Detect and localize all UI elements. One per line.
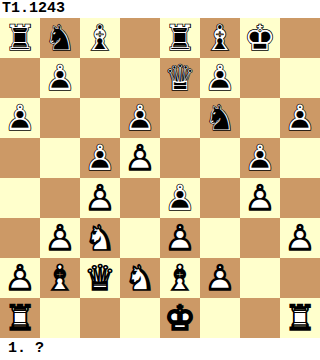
square-a5[interactable] — [0, 138, 40, 178]
square-f7[interactable]: ♟♙ — [200, 58, 240, 98]
white-pawn: ♟♙ — [0, 258, 40, 298]
square-a8[interactable]: ♜♖ — [0, 18, 40, 58]
black-rook: ♜♖ — [0, 18, 40, 58]
square-f3[interactable] — [200, 218, 240, 258]
square-h1[interactable]: ♜♖ — [280, 298, 320, 338]
square-h8[interactable] — [280, 18, 320, 58]
black-pawn: ♟♙ — [200, 58, 240, 98]
white-pawn: ♟♙ — [120, 138, 160, 178]
square-g4[interactable]: ♟♙ — [240, 178, 280, 218]
square-g7[interactable] — [240, 58, 280, 98]
black-pawn: ♟♙ — [280, 98, 320, 138]
square-b2[interactable]: ♝♗ — [40, 258, 80, 298]
square-d2[interactable]: ♞♘ — [120, 258, 160, 298]
square-h5[interactable] — [280, 138, 320, 178]
square-c4[interactable]: ♟♙ — [80, 178, 120, 218]
black-queen: ♛♕ — [160, 58, 200, 98]
square-b7[interactable]: ♟♙ — [40, 58, 80, 98]
square-f8[interactable]: ♝♗ — [200, 18, 240, 58]
square-f4[interactable] — [200, 178, 240, 218]
square-c5[interactable]: ♟♙ — [80, 138, 120, 178]
square-e8[interactable]: ♜♖ — [160, 18, 200, 58]
black-knight: ♞♘ — [200, 98, 240, 138]
white-rook: ♜♖ — [280, 298, 320, 338]
square-a7[interactable] — [0, 58, 40, 98]
white-pawn: ♟♙ — [160, 218, 200, 258]
square-b3[interactable]: ♟♙ — [40, 218, 80, 258]
square-b5[interactable] — [40, 138, 80, 178]
square-h2[interactable] — [280, 258, 320, 298]
black-pawn: ♟♙ — [120, 98, 160, 138]
square-e7[interactable]: ♛♕ — [160, 58, 200, 98]
square-a3[interactable] — [0, 218, 40, 258]
white-pawn: ♟♙ — [240, 178, 280, 218]
square-d3[interactable] — [120, 218, 160, 258]
square-f5[interactable] — [200, 138, 240, 178]
square-c7[interactable] — [80, 58, 120, 98]
black-knight: ♞♘ — [40, 18, 80, 58]
square-g8[interactable]: ♚♔ — [240, 18, 280, 58]
square-g5[interactable]: ♟♙ — [240, 138, 280, 178]
black-bishop: ♝♗ — [200, 18, 240, 58]
square-h4[interactable] — [280, 178, 320, 218]
square-e6[interactable] — [160, 98, 200, 138]
square-b1[interactable] — [40, 298, 80, 338]
square-c1[interactable] — [80, 298, 120, 338]
square-d7[interactable] — [120, 58, 160, 98]
square-b6[interactable] — [40, 98, 80, 138]
puzzle-title: T1.1243 — [0, 0, 320, 18]
move-prompt: 1. ? — [0, 338, 320, 360]
square-d4[interactable] — [120, 178, 160, 218]
black-pawn: ♟♙ — [80, 138, 120, 178]
square-g1[interactable] — [240, 298, 280, 338]
square-a1[interactable]: ♜♖ — [0, 298, 40, 338]
square-g3[interactable] — [240, 218, 280, 258]
square-e4[interactable]: ♟♙ — [160, 178, 200, 218]
white-pawn: ♟♙ — [40, 218, 80, 258]
black-rook: ♜♖ — [160, 18, 200, 58]
square-d5[interactable]: ♟♙ — [120, 138, 160, 178]
white-rook: ♜♖ — [0, 298, 40, 338]
square-c6[interactable] — [80, 98, 120, 138]
square-c2[interactable]: ♛♕ — [80, 258, 120, 298]
square-d8[interactable] — [120, 18, 160, 58]
square-e2[interactable]: ♝♗ — [160, 258, 200, 298]
square-e3[interactable]: ♟♙ — [160, 218, 200, 258]
white-king: ♚♔ — [160, 298, 200, 338]
black-pawn: ♟♙ — [0, 98, 40, 138]
square-a6[interactable]: ♟♙ — [0, 98, 40, 138]
square-f1[interactable] — [200, 298, 240, 338]
black-king: ♚♔ — [240, 18, 280, 58]
square-h3[interactable]: ♟♙ — [280, 218, 320, 258]
square-c8[interactable]: ♝♗ — [80, 18, 120, 58]
white-queen: ♛♕ — [80, 258, 120, 298]
square-a4[interactable] — [0, 178, 40, 218]
square-g2[interactable] — [240, 258, 280, 298]
square-b8[interactable]: ♞♘ — [40, 18, 80, 58]
square-f2[interactable]: ♟♙ — [200, 258, 240, 298]
square-a2[interactable]: ♟♙ — [0, 258, 40, 298]
black-pawn: ♟♙ — [40, 58, 80, 98]
square-d6[interactable]: ♟♙ — [120, 98, 160, 138]
white-bishop: ♝♗ — [160, 258, 200, 298]
white-bishop: ♝♗ — [40, 258, 80, 298]
white-pawn: ♟♙ — [200, 258, 240, 298]
black-pawn: ♟♙ — [160, 178, 200, 218]
black-pawn: ♟♙ — [240, 138, 280, 178]
square-g6[interactable] — [240, 98, 280, 138]
square-e1[interactable]: ♚♔ — [160, 298, 200, 338]
white-knight: ♞♘ — [120, 258, 160, 298]
black-bishop: ♝♗ — [80, 18, 120, 58]
chess-board: ♜♖♞♘♝♗♜♖♝♗♚♔♟♙♛♕♟♙♟♙♟♙♞♘♟♙♟♙♟♙♟♙♟♙♟♙♟♙♟♙… — [0, 18, 320, 338]
square-h6[interactable]: ♟♙ — [280, 98, 320, 138]
square-e5[interactable] — [160, 138, 200, 178]
square-f6[interactable]: ♞♘ — [200, 98, 240, 138]
square-d1[interactable] — [120, 298, 160, 338]
square-c3[interactable]: ♞♘ — [80, 218, 120, 258]
square-h7[interactable] — [280, 58, 320, 98]
white-knight: ♞♘ — [80, 218, 120, 258]
white-pawn: ♟♙ — [280, 218, 320, 258]
white-pawn: ♟♙ — [80, 178, 120, 218]
square-b4[interactable] — [40, 178, 80, 218]
